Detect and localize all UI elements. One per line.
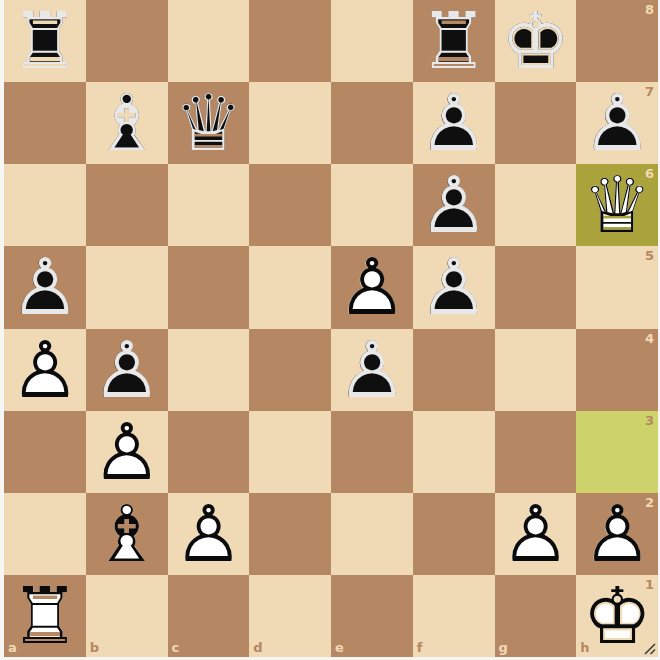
square-h3[interactable]: 3 xyxy=(576,411,658,493)
black-pawn[interactable]: ♟♙ xyxy=(413,164,495,246)
square-b2[interactable]: ♝♗ xyxy=(86,493,168,575)
coord-rank-3: 3 xyxy=(645,414,654,427)
square-e5[interactable]: ♟♙ xyxy=(331,246,413,328)
page-background: ♜♖♜♖♚♔8♝♗♛♕♟♙♟♙7♟♙♛♕6♟♙♟♙♟♙5♟♙♟♙♟♙4♟♙3♝♗… xyxy=(0,0,660,660)
square-d1[interactable]: d xyxy=(249,575,331,657)
square-d4[interactable] xyxy=(249,329,331,411)
square-g8[interactable]: ♚♔ xyxy=(495,0,577,82)
square-b1[interactable]: b xyxy=(86,575,168,657)
black-rook[interactable]: ♜♖ xyxy=(413,0,495,82)
square-f3[interactable] xyxy=(413,411,495,493)
square-e8[interactable] xyxy=(331,0,413,82)
square-f8[interactable]: ♜♖ xyxy=(413,0,495,82)
resize-handle-icon[interactable] xyxy=(642,641,656,655)
square-d8[interactable] xyxy=(249,0,331,82)
white-pawn[interactable]: ♟♙ xyxy=(86,411,168,493)
white-pawn-outline: ♙ xyxy=(86,411,168,493)
black-queen-outline: ♕ xyxy=(168,82,250,164)
black-pawn[interactable]: ♟♙ xyxy=(413,82,495,164)
black-rook-outline: ♖ xyxy=(4,0,86,82)
square-b6[interactable] xyxy=(86,164,168,246)
coord-file-a: a xyxy=(8,641,17,654)
square-c3[interactable] xyxy=(168,411,250,493)
square-f6[interactable]: ♟♙ xyxy=(413,164,495,246)
black-pawn-outline: ♙ xyxy=(4,246,86,328)
black-pawn[interactable]: ♟♙ xyxy=(86,329,168,411)
square-f7[interactable]: ♟♙ xyxy=(413,82,495,164)
black-king-outline: ♔ xyxy=(495,0,577,82)
square-c1[interactable]: c xyxy=(168,575,250,657)
square-d6[interactable] xyxy=(249,164,331,246)
square-a8[interactable]: ♜♖ xyxy=(4,0,86,82)
square-g1[interactable]: g xyxy=(495,575,577,657)
square-b4[interactable]: ♟♙ xyxy=(86,329,168,411)
black-pawn[interactable]: ♟♙ xyxy=(413,246,495,328)
coord-rank-7: 7 xyxy=(645,85,654,98)
square-e7[interactable] xyxy=(331,82,413,164)
coord-file-g: g xyxy=(499,641,508,654)
black-pawn-outline: ♙ xyxy=(413,164,495,246)
black-pawn-outline: ♙ xyxy=(413,82,495,164)
coord-rank-1: 1 xyxy=(645,578,654,591)
black-pawn-outline: ♙ xyxy=(331,329,413,411)
black-rook[interactable]: ♜♖ xyxy=(4,0,86,82)
coord-file-h: h xyxy=(580,641,589,654)
chess-board: ♜♖♜♖♚♔8♝♗♛♕♟♙♟♙7♟♙♛♕6♟♙♟♙♟♙5♟♙♟♙♟♙4♟♙3♝♗… xyxy=(4,0,658,657)
square-h4[interactable]: 4 xyxy=(576,329,658,411)
square-e4[interactable]: ♟♙ xyxy=(331,329,413,411)
square-a2[interactable] xyxy=(4,493,86,575)
coord-rank-5: 5 xyxy=(645,249,654,262)
white-bishop[interactable]: ♝♗ xyxy=(86,493,168,575)
square-f5[interactable]: ♟♙ xyxy=(413,246,495,328)
square-g7[interactable] xyxy=(495,82,577,164)
square-g3[interactable] xyxy=(495,411,577,493)
square-e6[interactable] xyxy=(331,164,413,246)
coord-rank-4: 4 xyxy=(645,332,654,345)
square-g2[interactable]: ♟♙ xyxy=(495,493,577,575)
square-h8[interactable]: 8 xyxy=(576,0,658,82)
square-d3[interactable] xyxy=(249,411,331,493)
square-c2[interactable]: ♟♙ xyxy=(168,493,250,575)
square-d5[interactable] xyxy=(249,246,331,328)
coord-file-e: e xyxy=(335,641,344,654)
square-f2[interactable] xyxy=(413,493,495,575)
square-c4[interactable] xyxy=(168,329,250,411)
coord-rank-6: 6 xyxy=(645,167,654,180)
square-g4[interactable] xyxy=(495,329,577,411)
square-d7[interactable] xyxy=(249,82,331,164)
square-g5[interactable] xyxy=(495,246,577,328)
square-e2[interactable] xyxy=(331,493,413,575)
square-b7[interactable]: ♝♗ xyxy=(86,82,168,164)
square-g6[interactable] xyxy=(495,164,577,246)
white-pawn-outline: ♙ xyxy=(331,246,413,328)
square-c6[interactable] xyxy=(168,164,250,246)
coord-rank-8: 8 xyxy=(645,3,654,16)
square-d2[interactable] xyxy=(249,493,331,575)
black-pawn[interactable]: ♟♙ xyxy=(4,246,86,328)
white-pawn[interactable]: ♟♙ xyxy=(495,493,577,575)
black-queen[interactable]: ♛♕ xyxy=(168,82,250,164)
square-f1[interactable]: f xyxy=(413,575,495,657)
white-pawn-outline: ♙ xyxy=(4,329,86,411)
square-h2[interactable]: ♟♙2 xyxy=(576,493,658,575)
black-pawn-outline: ♙ xyxy=(413,246,495,328)
square-h6[interactable]: ♛♕6 xyxy=(576,164,658,246)
square-a4[interactable]: ♟♙ xyxy=(4,329,86,411)
square-b8[interactable] xyxy=(86,0,168,82)
square-e3[interactable] xyxy=(331,411,413,493)
white-pawn[interactable]: ♟♙ xyxy=(331,246,413,328)
black-pawn[interactable]: ♟♙ xyxy=(331,329,413,411)
square-c7[interactable]: ♛♕ xyxy=(168,82,250,164)
white-pawn[interactable]: ♟♙ xyxy=(168,493,250,575)
square-a5[interactable]: ♟♙ xyxy=(4,246,86,328)
square-a1[interactable]: ♜♖a xyxy=(4,575,86,657)
black-rook-outline: ♖ xyxy=(413,0,495,82)
square-h1[interactable]: ♚♔h1 xyxy=(576,575,658,657)
black-bishop[interactable]: ♝♗ xyxy=(86,82,168,164)
square-c8[interactable] xyxy=(168,0,250,82)
coord-file-b: b xyxy=(90,641,99,654)
square-b5[interactable] xyxy=(86,246,168,328)
square-a3[interactable] xyxy=(4,411,86,493)
white-pawn[interactable]: ♟♙ xyxy=(4,329,86,411)
coord-file-d: d xyxy=(253,641,262,654)
white-pawn-outline: ♙ xyxy=(495,493,577,575)
black-king[interactable]: ♚♔ xyxy=(495,0,577,82)
coord-file-c: c xyxy=(172,641,180,654)
square-h5[interactable]: 5 xyxy=(576,246,658,328)
coord-file-f: f xyxy=(417,641,423,654)
square-a7[interactable] xyxy=(4,82,86,164)
square-h7[interactable]: ♟♙7 xyxy=(576,82,658,164)
coord-rank-2: 2 xyxy=(645,496,654,509)
white-pawn-outline: ♙ xyxy=(168,493,250,575)
black-bishop-outline: ♗ xyxy=(86,82,168,164)
white-bishop-outline: ♗ xyxy=(86,493,168,575)
square-a6[interactable] xyxy=(4,164,86,246)
square-e1[interactable]: e xyxy=(331,575,413,657)
black-pawn-outline: ♙ xyxy=(86,329,168,411)
square-f4[interactable] xyxy=(413,329,495,411)
square-c5[interactable] xyxy=(168,246,250,328)
square-b3[interactable]: ♟♙ xyxy=(86,411,168,493)
